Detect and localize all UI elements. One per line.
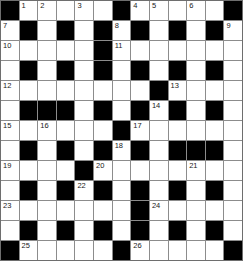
cell-r6c1[interactable] [20, 121, 38, 140]
cell-r12c7[interactable]: 26 [131, 241, 149, 260]
cell-r1c8[interactable] [150, 21, 168, 40]
block-cell-r11c9 [169, 221, 187, 240]
cell-r8c8[interactable] [150, 161, 168, 180]
block-cell-r5c7 [131, 101, 149, 120]
clue-number-4: 4 [133, 1, 137, 10]
block-cell-r0c12 [224, 1, 242, 20]
cell-r6c9[interactable] [169, 121, 187, 140]
cell-r4c11[interactable] [206, 81, 224, 100]
cell-r11c6[interactable] [113, 221, 131, 240]
clue-number-17: 17 [133, 121, 141, 130]
cell-r7c0[interactable] [1, 141, 19, 160]
cell-r10c1[interactable] [20, 201, 38, 220]
cell-r12c1[interactable]: 25 [20, 241, 38, 260]
cell-r8c7[interactable] [131, 161, 149, 180]
cell-r5c8[interactable]: 14 [150, 101, 168, 120]
cell-r2c4[interactable] [75, 41, 93, 60]
block-cell-r11c7 [131, 221, 149, 240]
cell-r2c10[interactable] [187, 41, 205, 60]
cell-r12c10[interactable] [187, 241, 205, 260]
block-cell-r7c7 [131, 141, 149, 160]
cell-r0c4[interactable]: 3 [75, 1, 93, 20]
crossword-grid: 1234567891011121314151617181920212223242… [0, 0, 243, 261]
cell-r1c12[interactable]: 9 [224, 21, 242, 40]
cell-r8c5[interactable]: 20 [94, 161, 112, 180]
cell-r8c0[interactable]: 19 [1, 161, 19, 180]
block-cell-r11c11 [206, 221, 224, 240]
block-cell-r3c7 [131, 61, 149, 80]
block-cell-r3c11 [206, 61, 224, 80]
block-cell-r11c3 [57, 221, 75, 240]
block-cell-r3c1 [20, 61, 38, 80]
clue-number-15: 15 [3, 121, 11, 130]
cell-r12c4[interactable] [75, 241, 93, 260]
block-cell-r9c1 [20, 181, 38, 200]
block-cell-r5c1 [20, 101, 38, 120]
cell-r0c9[interactable] [169, 1, 187, 20]
cell-r10c5[interactable] [94, 201, 112, 220]
clue-number-20: 20 [96, 161, 104, 170]
cell-r5c4[interactable] [75, 101, 93, 120]
clue-number-22: 22 [77, 181, 85, 190]
block-cell-r7c11 [206, 141, 224, 160]
cell-r5c10[interactable] [187, 101, 205, 120]
cell-r2c6[interactable]: 11 [113, 41, 131, 60]
cell-r2c8[interactable] [150, 41, 168, 60]
block-cell-r7c1 [20, 141, 38, 160]
block-cell-r0c0 [1, 1, 19, 20]
block-cell-r11c1 [20, 221, 38, 240]
block-cell-r5c11 [206, 101, 224, 120]
block-cell-r1c1 [20, 21, 38, 40]
clue-number-3: 3 [77, 1, 81, 10]
cell-r6c8[interactable] [150, 121, 168, 140]
block-cell-r5c3 [57, 101, 75, 120]
clue-number-14: 14 [152, 101, 160, 110]
cell-r8c2[interactable] [38, 161, 56, 180]
cell-r12c3[interactable] [57, 241, 75, 260]
clue-number-18: 18 [115, 141, 123, 150]
cell-r7c6[interactable]: 18 [113, 141, 131, 160]
cell-r9c4[interactable]: 22 [75, 181, 93, 200]
clue-number-26: 26 [133, 241, 141, 250]
block-cell-r4c8 [150, 81, 168, 100]
cell-r7c2[interactable] [38, 141, 56, 160]
cell-r7c12[interactable] [224, 141, 242, 160]
cell-r10c11[interactable] [206, 201, 224, 220]
block-cell-r10c7 [131, 201, 149, 220]
cell-r9c8[interactable] [150, 181, 168, 200]
cell-r9c10[interactable] [187, 181, 205, 200]
block-cell-r7c10 [187, 141, 205, 160]
cell-r6c10[interactable] [187, 121, 205, 140]
clue-number-23: 23 [3, 201, 11, 210]
block-cell-r1c5 [94, 21, 112, 40]
clue-number-9: 9 [226, 21, 230, 30]
cell-r2c3[interactable] [57, 41, 75, 60]
cell-r6c3[interactable] [57, 121, 75, 140]
cell-r5c6[interactable] [113, 101, 131, 120]
cell-r3c6[interactable] [113, 61, 131, 80]
cell-r0c1[interactable]: 1 [20, 1, 38, 20]
cell-r1c2[interactable] [38, 21, 56, 40]
cell-r8c9[interactable] [169, 161, 187, 180]
block-cell-r0c6 [113, 1, 131, 20]
block-cell-r3c9 [169, 61, 187, 80]
cell-r9c2[interactable] [38, 181, 56, 200]
cell-r4c3[interactable] [57, 81, 75, 100]
cell-r9c6[interactable] [113, 181, 131, 200]
cell-r4c9[interactable]: 13 [169, 81, 187, 100]
cell-r11c12[interactable] [224, 221, 242, 240]
block-cell-r5c5 [94, 101, 112, 120]
block-cell-r9c7 [131, 181, 149, 200]
block-cell-r3c3 [57, 61, 75, 80]
cell-r8c1[interactable] [20, 161, 38, 180]
block-cell-r5c2 [38, 101, 56, 120]
cell-r0c7[interactable]: 4 [131, 1, 149, 20]
cell-r5c0[interactable] [1, 101, 19, 120]
cell-r10c4[interactable] [75, 201, 93, 220]
cell-r3c10[interactable] [187, 61, 205, 80]
cell-r6c0[interactable]: 15 [1, 121, 19, 140]
cell-r2c2[interactable] [38, 41, 56, 60]
cell-r4c7[interactable] [131, 81, 149, 100]
block-cell-r9c9 [169, 181, 187, 200]
block-cell-r12c6 [113, 241, 131, 260]
cell-r0c8[interactable]: 5 [150, 1, 168, 20]
cell-r7c4[interactable] [75, 141, 93, 160]
cell-r3c8[interactable] [150, 61, 168, 80]
cell-r4c1[interactable] [20, 81, 38, 100]
cell-r11c0[interactable] [1, 221, 19, 240]
block-cell-r9c11 [206, 181, 224, 200]
cell-r0c10[interactable]: 6 [187, 1, 205, 20]
clue-number-12: 12 [3, 81, 11, 90]
cell-r4c4[interactable] [75, 81, 93, 100]
block-cell-r2c5 [94, 41, 112, 60]
block-cell-r7c3 [57, 141, 75, 160]
cell-r10c6[interactable] [113, 201, 131, 220]
cell-r1c6[interactable]: 8 [113, 21, 131, 40]
clue-number-13: 13 [171, 81, 179, 90]
cell-r6c2[interactable]: 16 [38, 121, 56, 140]
clue-number-10: 10 [3, 41, 11, 50]
block-cell-r7c5 [94, 141, 112, 160]
cell-r0c11[interactable] [206, 1, 224, 20]
clue-number-6: 6 [189, 1, 193, 10]
cell-r11c2[interactable] [38, 221, 56, 240]
clue-number-7: 7 [3, 21, 7, 30]
clue-number-5: 5 [152, 1, 156, 10]
block-cell-r9c5 [94, 181, 112, 200]
cell-r4c0[interactable]: 12 [1, 81, 19, 100]
cell-r2c9[interactable] [169, 41, 187, 60]
cell-r12c2[interactable] [38, 241, 56, 260]
block-cell-r6c6 [113, 121, 131, 140]
block-cell-r1c9 [169, 21, 187, 40]
cell-r9c12[interactable] [224, 181, 242, 200]
block-cell-r11c5 [94, 221, 112, 240]
block-cell-r5c9 [169, 101, 187, 120]
cell-r6c11[interactable] [206, 121, 224, 140]
clue-number-19: 19 [3, 161, 11, 170]
cell-r8c11[interactable] [206, 161, 224, 180]
cell-r10c3[interactable] [57, 201, 75, 220]
cell-r6c5[interactable] [94, 121, 112, 140]
block-cell-r12c12 [224, 241, 242, 260]
clue-number-24: 24 [152, 201, 160, 210]
cell-r5c12[interactable] [224, 101, 242, 120]
cell-r1c4[interactable] [75, 21, 93, 40]
clue-number-1: 1 [22, 1, 26, 10]
cell-r0c5[interactable] [94, 1, 112, 20]
cell-r10c10[interactable] [187, 201, 205, 220]
cell-r3c0[interactable] [1, 61, 19, 80]
clue-number-21: 21 [189, 161, 197, 170]
cell-r2c1[interactable] [20, 41, 38, 60]
cell-r12c8[interactable] [150, 241, 168, 260]
clue-number-11: 11 [115, 41, 123, 50]
cell-r6c12[interactable] [224, 121, 242, 140]
block-cell-r1c7 [131, 21, 149, 40]
block-cell-r8c4 [75, 161, 93, 180]
clue-number-2: 2 [40, 1, 44, 10]
cell-r9c0[interactable] [1, 181, 19, 200]
cell-r4c12[interactable] [224, 81, 242, 100]
block-cell-r1c3 [57, 21, 75, 40]
cell-r11c8[interactable] [150, 221, 168, 240]
cell-r1c10[interactable] [187, 21, 205, 40]
cell-r2c0[interactable]: 10 [1, 41, 19, 60]
cell-r8c6[interactable] [113, 161, 131, 180]
cell-r12c9[interactable] [169, 241, 187, 260]
cell-r4c10[interactable] [187, 81, 205, 100]
cell-r4c5[interactable] [94, 81, 112, 100]
cell-r10c2[interactable] [38, 201, 56, 220]
cell-r4c2[interactable] [38, 81, 56, 100]
cell-r12c5[interactable] [94, 241, 112, 260]
block-cell-r3c5 [94, 61, 112, 80]
cell-r11c10[interactable] [187, 221, 205, 240]
cell-r2c7[interactable] [131, 41, 149, 60]
block-cell-r1c11 [206, 21, 224, 40]
cell-r12c11[interactable] [206, 241, 224, 260]
cell-r0c2[interactable]: 2 [38, 1, 56, 20]
cell-r2c12[interactable] [224, 41, 242, 60]
cell-r2c11[interactable] [206, 41, 224, 60]
clue-number-8: 8 [115, 21, 119, 30]
cell-r6c7[interactable]: 17 [131, 121, 149, 140]
cell-r0c3[interactable] [57, 1, 75, 20]
cell-r8c10[interactable]: 21 [187, 161, 205, 180]
cell-r10c9[interactable] [169, 201, 187, 220]
block-cell-r12c0 [1, 241, 19, 260]
cell-r4c6[interactable] [113, 81, 131, 100]
cell-r10c12[interactable] [224, 201, 242, 220]
clue-number-25: 25 [22, 241, 30, 250]
cell-r8c12[interactable] [224, 161, 242, 180]
clue-number-16: 16 [40, 121, 48, 130]
cell-r6c4[interactable] [75, 121, 93, 140]
cell-r10c0[interactable]: 23 [1, 201, 19, 220]
cell-r8c3[interactable] [57, 161, 75, 180]
cell-r11c4[interactable] [75, 221, 93, 240]
block-cell-r7c9 [169, 141, 187, 160]
cell-r7c8[interactable] [150, 141, 168, 160]
block-cell-r9c3 [57, 181, 75, 200]
cell-r1c0[interactable]: 7 [1, 21, 19, 40]
cell-r3c12[interactable] [224, 61, 242, 80]
cell-r3c4[interactable] [75, 61, 93, 80]
cell-r3c2[interactable] [38, 61, 56, 80]
cell-r10c8[interactable]: 24 [150, 201, 168, 220]
